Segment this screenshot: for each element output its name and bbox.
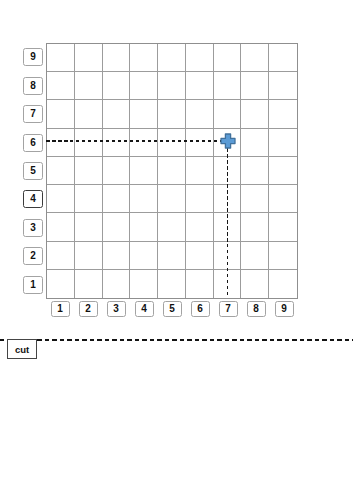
- grid-cell: [75, 44, 103, 72]
- grid-cell: [241, 242, 269, 270]
- grid-cell: [269, 72, 297, 100]
- grid-cell: [75, 100, 103, 128]
- grid-cell: [186, 185, 214, 213]
- grid-cell: [130, 129, 158, 157]
- grid-cell: [241, 44, 269, 72]
- grid-cell: [241, 185, 269, 213]
- grid-cell: [158, 44, 186, 72]
- grid-cell: [214, 100, 242, 128]
- grid-cell: [186, 157, 214, 185]
- grid-cell: [130, 270, 158, 298]
- grid-cell: [214, 72, 242, 100]
- grid-cell: [158, 72, 186, 100]
- grid-cell: [269, 44, 297, 72]
- grid-cell: [47, 100, 75, 128]
- grid-cell: [47, 270, 75, 298]
- grid-cell: [241, 157, 269, 185]
- grid-cell: [47, 157, 75, 185]
- plus-marker-icon: [220, 133, 236, 149]
- grid-cell: [103, 129, 131, 157]
- y-axis-labels: 9 8 7 6 5 4 3 2 1: [21, 43, 45, 299]
- grid-cell: [158, 242, 186, 270]
- col-label-3: 3: [107, 301, 126, 317]
- grid-cell: [75, 72, 103, 100]
- grid-cell: [103, 44, 131, 72]
- grid-cell: [103, 242, 131, 270]
- grid-cell: [241, 100, 269, 128]
- grid-cell: [75, 242, 103, 270]
- grid-cell: [75, 213, 103, 241]
- grid-cell: [103, 185, 131, 213]
- grid-cell: [214, 44, 242, 72]
- grid-cell: [75, 270, 103, 298]
- grid-cell: [269, 270, 297, 298]
- grid-cell: [269, 157, 297, 185]
- col-label-8: 8: [247, 301, 266, 317]
- grid-cell: [241, 72, 269, 100]
- grid-cell: [186, 100, 214, 128]
- col-label-1: 1: [51, 301, 70, 317]
- grid-cell: [130, 157, 158, 185]
- grid-cell: [103, 270, 131, 298]
- col-label-4: 4: [135, 301, 154, 317]
- grid-cell: [158, 270, 186, 298]
- row-label-9: 9: [23, 48, 43, 66]
- worksheet-page: 9 8 7 6 5 4 3 2 1 1 2 3 4 5 6 7 8 9 cut: [0, 0, 353, 500]
- grid-cell: [103, 157, 131, 185]
- grid-cell: [47, 213, 75, 241]
- grid-cell: [158, 157, 186, 185]
- grid-cell: [75, 185, 103, 213]
- grid-cell: [130, 72, 158, 100]
- grid-cell: [158, 185, 186, 213]
- grid-cell: [103, 72, 131, 100]
- grid-cell: [130, 213, 158, 241]
- col-label-7: 7: [219, 301, 238, 317]
- grid-cell: [103, 100, 131, 128]
- grid-cell: [130, 185, 158, 213]
- grid-cell: [130, 242, 158, 270]
- grid-cell: [75, 129, 103, 157]
- col-label-5: 5: [163, 301, 182, 317]
- grid-cell: [186, 72, 214, 100]
- grid-cell: [47, 44, 75, 72]
- grid-cell: [130, 44, 158, 72]
- cut-label: cut: [15, 344, 29, 355]
- row-label-5: 5: [23, 162, 43, 180]
- col-label-6: 6: [191, 301, 210, 317]
- grid-cell: [47, 72, 75, 100]
- row-label-6: 6: [23, 134, 43, 152]
- grid-cell: [269, 242, 297, 270]
- grid-cell: [47, 185, 75, 213]
- row-label-8: 8: [23, 77, 43, 95]
- board: [46, 43, 298, 299]
- row-label-4: 4: [23, 190, 43, 208]
- grid-cell: [241, 129, 269, 157]
- grid-cell: [103, 213, 131, 241]
- grid-cell: [75, 157, 103, 185]
- grid-cell: [186, 242, 214, 270]
- grid-cell: [186, 213, 214, 241]
- grid-cell: [47, 129, 75, 157]
- grid-cell: [130, 100, 158, 128]
- row-label-3: 3: [23, 219, 43, 237]
- cut-dashed-line: [0, 339, 353, 341]
- vertical-guide-dashed-line: [227, 148, 229, 298]
- grid-cell: [269, 213, 297, 241]
- row-label-1: 1: [23, 276, 43, 294]
- grid-cell: [158, 213, 186, 241]
- grid-cell: [158, 100, 186, 128]
- grid-cell: [47, 242, 75, 270]
- grid-cell: [186, 44, 214, 72]
- grid-cell: [186, 270, 214, 298]
- x-axis-labels: 1 2 3 4 5 6 7 8 9: [46, 301, 298, 321]
- grid-cell: [158, 129, 186, 157]
- grid-cell: [269, 185, 297, 213]
- row-label-7: 7: [23, 105, 43, 123]
- col-label-9: 9: [275, 301, 294, 317]
- cut-label-box: cut: [7, 339, 37, 359]
- col-label-2: 2: [79, 301, 98, 317]
- grid-cell: [241, 270, 269, 298]
- grid-cell: [241, 213, 269, 241]
- row-label-2: 2: [23, 247, 43, 265]
- horizontal-guide-dashed-line: [46, 140, 221, 142]
- grid-cell: [269, 129, 297, 157]
- grid-cell: [269, 100, 297, 128]
- grid-cell: [186, 129, 214, 157]
